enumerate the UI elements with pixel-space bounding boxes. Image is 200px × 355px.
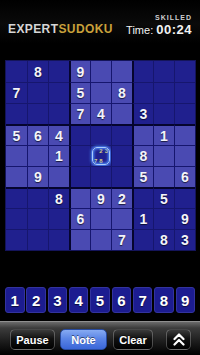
given-digit: 4 <box>97 107 105 121</box>
given-digit: 8 <box>140 149 148 163</box>
time-value: 00:24 <box>156 22 192 37</box>
cell-r5c4[interactable] <box>69 145 90 166</box>
cell-r4c3[interactable]: 4 <box>48 124 69 145</box>
cell-r3c1[interactable] <box>6 103 27 124</box>
cell-r6c8[interactable] <box>153 166 174 187</box>
cell-r6c9[interactable]: 6 <box>174 166 195 187</box>
pad-button-5[interactable]: 5 <box>90 287 110 313</box>
cell-r6c5[interactable] <box>90 166 111 187</box>
bottom-toolbar: Pause Note Clear <box>0 321 200 355</box>
cell-r2c5[interactable] <box>90 82 111 103</box>
app-title: EXPERTSUDOKU <box>8 22 113 36</box>
cell-r9c4[interactable] <box>69 229 90 250</box>
cell-r8c2[interactable] <box>27 208 48 229</box>
pad-button-7[interactable]: 7 <box>133 287 153 313</box>
difficulty-label: SKILLED <box>126 14 192 21</box>
cell-r3c6[interactable] <box>111 103 132 124</box>
cell-r7c5[interactable]: 9 <box>90 187 111 208</box>
pad-button-2[interactable]: 2 <box>26 287 46 313</box>
timer: Time: 00:24 <box>126 22 192 37</box>
pad-button-6[interactable]: 6 <box>112 287 132 313</box>
time-label: Time: <box>126 24 153 36</box>
cell-r5c1[interactable] <box>6 145 27 166</box>
cell-r8c6[interactable] <box>111 208 132 229</box>
given-digit: 6 <box>77 212 85 226</box>
cell-r7c9[interactable] <box>174 187 195 208</box>
pad-button-4[interactable]: 4 <box>69 287 89 313</box>
cell-r3c7[interactable]: 3 <box>132 103 153 124</box>
cell-r7c7[interactable] <box>132 187 153 208</box>
given-digit: 3 <box>181 233 189 247</box>
given-digit: 8 <box>160 233 168 247</box>
cell-r4c9[interactable] <box>174 124 195 145</box>
cell-r8c8[interactable] <box>153 208 174 229</box>
cell-r8c3[interactable] <box>48 208 69 229</box>
given-digit: 4 <box>55 129 63 143</box>
cell-r5c3[interactable]: 1 <box>48 145 69 166</box>
cell-r5c8[interactable] <box>153 145 174 166</box>
given-digit: 7 <box>118 233 126 247</box>
cell-r9c1[interactable] <box>6 229 27 250</box>
header-right: SKILLED Time: 00:24 <box>126 14 192 37</box>
cell-r1c7[interactable] <box>132 61 153 82</box>
pad-button-8[interactable]: 8 <box>154 287 174 313</box>
cell-r7c1[interactable] <box>6 187 27 208</box>
cell-r5c2[interactable] <box>27 145 48 166</box>
cell-r3c5[interactable]: 4 <box>90 103 111 124</box>
cell-r8c4[interactable]: 6 <box>69 208 90 229</box>
cell-r7c6[interactable]: 2 <box>111 187 132 208</box>
cell-r9c2[interactable] <box>27 229 48 250</box>
cell-r1c6[interactable] <box>111 61 132 82</box>
cell-r1c9[interactable] <box>174 61 195 82</box>
cell-r9c5[interactable] <box>90 229 111 250</box>
cell-r2c4[interactable]: 5 <box>69 82 90 103</box>
app-title-expert: EXPERT <box>8 22 58 36</box>
clear-button[interactable]: Clear <box>113 329 153 350</box>
given-digit: 1 <box>140 212 148 226</box>
cell-r3c3[interactable] <box>48 103 69 124</box>
pad-button-3[interactable]: 3 <box>48 287 68 313</box>
cell-r7c8[interactable]: 5 <box>153 187 174 208</box>
cell-r8c9[interactable]: 9 <box>174 208 195 229</box>
pause-button[interactable]: Pause <box>10 329 55 350</box>
cell-r4c8[interactable]: 1 <box>153 124 174 145</box>
cell-r9c3[interactable] <box>48 229 69 250</box>
cell-r2c6[interactable]: 8 <box>111 82 132 103</box>
cell-r4c4[interactable] <box>69 124 90 145</box>
given-digit: 9 <box>77 65 85 79</box>
header-bar: EXPERTSUDOKU SKILLED Time: 00:24 <box>0 0 200 44</box>
cell-r6c2[interactable]: 9 <box>27 166 48 187</box>
cell-r1c2[interactable]: 8 <box>27 61 48 82</box>
cell-r3c8[interactable] <box>153 103 174 124</box>
cell-r4c6[interactable] <box>111 124 132 145</box>
cell-r6c1[interactable] <box>6 166 27 187</box>
given-digit: 8 <box>55 192 63 206</box>
cell-r1c8[interactable] <box>153 61 174 82</box>
cell-r8c7[interactable]: 1 <box>132 208 153 229</box>
cell-r1c5[interactable] <box>90 61 111 82</box>
cell-r8c5[interactable] <box>90 208 111 229</box>
cell-r9c8[interactable]: 8 <box>153 229 174 250</box>
cell-r2c3[interactable] <box>48 82 69 103</box>
given-digit: 8 <box>118 86 126 100</box>
cell-r7c4[interactable] <box>69 187 90 208</box>
cell-r6c7[interactable]: 5 <box>132 166 153 187</box>
given-digit: 2 <box>118 192 126 206</box>
cell-r5c6[interactable] <box>111 145 132 166</box>
given-digit: 8 <box>34 65 42 79</box>
cell-r6c6[interactable] <box>111 166 132 187</box>
sudoku-app-screen: EXPERTSUDOKU SKILLED Time: 00:24 8975874… <box>0 0 200 355</box>
cell-r1c1[interactable] <box>6 61 27 82</box>
pad-button-1[interactable]: 1 <box>5 287 25 313</box>
given-digit: 1 <box>55 149 63 163</box>
given-digit: 3 <box>140 107 148 121</box>
cell-r4c5[interactable] <box>90 124 111 145</box>
given-digit: 9 <box>181 212 189 226</box>
cell-r3c4[interactable]: 7 <box>69 103 90 124</box>
cell-r5c7[interactable]: 8 <box>132 145 153 166</box>
given-digit: 6 <box>34 129 42 143</box>
sudoku-board: 8975874356411237889568925619783 <box>5 60 196 251</box>
cell-r9c9[interactable]: 3 <box>174 229 195 250</box>
cell-r3c9[interactable] <box>174 103 195 124</box>
cell-r6c4[interactable] <box>69 166 90 187</box>
given-digit: 5 <box>160 192 168 206</box>
cell-r2c2[interactable] <box>27 82 48 103</box>
collapse-keypad-button[interactable] <box>166 329 191 350</box>
given-digit: 5 <box>140 170 148 184</box>
pad-button-9[interactable]: 9 <box>176 287 196 313</box>
cell-r9c6[interactable]: 7 <box>111 229 132 250</box>
pencil-notes: 2378 <box>93 148 109 164</box>
given-digit: 9 <box>97 192 105 206</box>
cell-r2c1[interactable]: 7 <box>6 82 27 103</box>
cell-r2c8[interactable] <box>153 82 174 103</box>
cell-r4c7[interactable] <box>132 124 153 145</box>
cell-r4c2[interactable]: 6 <box>27 124 48 145</box>
cell-r2c9[interactable] <box>174 82 195 103</box>
cell-r3c2[interactable] <box>27 103 48 124</box>
cell-r5c5[interactable]: 2378 <box>90 145 111 166</box>
cell-r8c1[interactable] <box>6 208 27 229</box>
app-title-sudoku: SUDOKU <box>58 22 112 36</box>
cell-r7c3[interactable]: 8 <box>48 187 69 208</box>
number-pad: 123456789 <box>5 287 195 313</box>
given-digit: 1 <box>160 129 168 143</box>
given-digit: 9 <box>34 170 42 184</box>
cell-r1c4[interactable]: 9 <box>69 61 90 82</box>
chevron-double-up-icon <box>173 333 185 346</box>
given-digit: 5 <box>13 129 21 143</box>
cell-r6c3[interactable] <box>48 166 69 187</box>
cell-r2c7[interactable] <box>132 82 153 103</box>
cell-r5c9[interactable] <box>174 145 195 166</box>
given-digit: 7 <box>77 107 85 121</box>
given-digit: 6 <box>181 170 189 184</box>
cell-r9c7[interactable] <box>132 229 153 250</box>
cell-r1c3[interactable] <box>48 61 69 82</box>
given-digit: 5 <box>77 86 85 100</box>
given-digit: 7 <box>13 86 21 100</box>
note-button[interactable]: Note <box>60 329 107 350</box>
cell-r7c2[interactable] <box>27 187 48 208</box>
cell-r4c1[interactable]: 5 <box>6 124 27 145</box>
